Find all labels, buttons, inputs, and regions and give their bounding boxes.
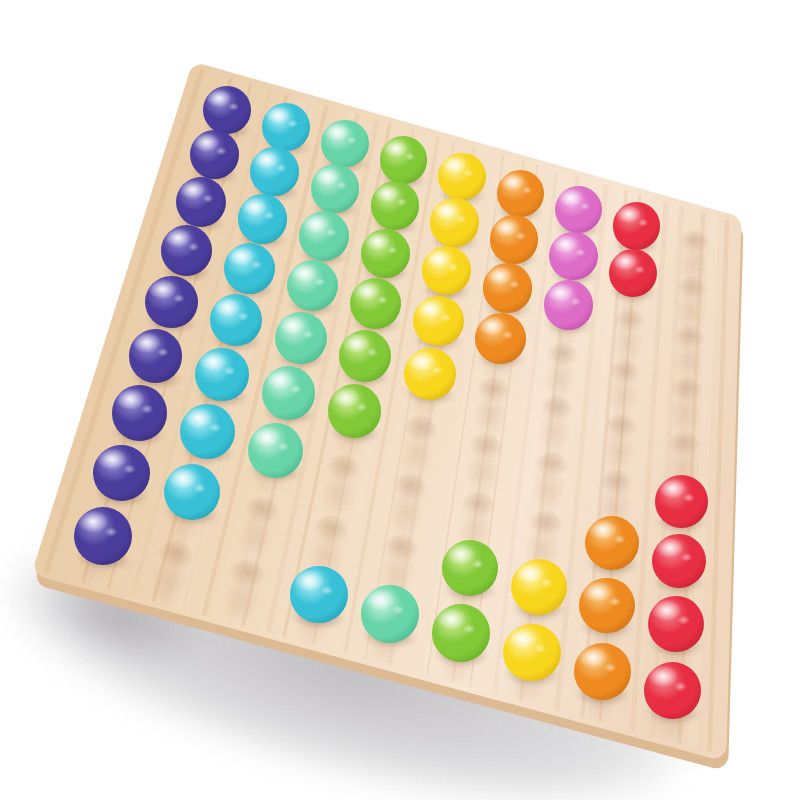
- bead-purple-r4c0[interactable]: [145, 276, 197, 328]
- bead-pink-r2c6[interactable]: [544, 280, 593, 329]
- bead-cyan-r7c1[interactable]: [164, 464, 220, 520]
- bead-red-r1c7[interactable]: [609, 249, 657, 297]
- bead-purple-r3c0[interactable]: [161, 225, 212, 276]
- hole-r8c2[interactable]: [212, 555, 273, 640]
- bead-orange-r3c5[interactable]: [475, 313, 526, 364]
- bead-orange-r8c7[interactable]: [574, 643, 631, 700]
- bead-green-r0c3[interactable]: [380, 136, 427, 183]
- bead-mint-r6c2[interactable]: [248, 423, 303, 478]
- bead-mint-r8c4[interactable]: [361, 585, 419, 643]
- bead-red-r7c8[interactable]: [648, 596, 704, 652]
- bead-yellow-r1c4[interactable]: [430, 198, 478, 246]
- bead-mint-r0c2[interactable]: [321, 120, 369, 168]
- bead-cyan-r6c1[interactable]: [180, 404, 235, 459]
- bead-red-r5c8[interactable]: [655, 475, 708, 528]
- bead-mint-r1c2[interactable]: [311, 164, 360, 213]
- holes-layer: [0, 0, 800, 800]
- bead-cyan-r2c1[interactable]: [238, 194, 288, 244]
- bead-cyan-r0c1[interactable]: [262, 103, 310, 151]
- bead-purple-r1c0[interactable]: [190, 130, 239, 179]
- bead-green-r1c3[interactable]: [371, 181, 420, 230]
- bead-yellow-r0c4[interactable]: [438, 153, 485, 200]
- bead-red-r0c7[interactable]: [613, 202, 660, 249]
- bead-purple-r8c0[interactable]: [74, 507, 132, 565]
- bead-purple-r2c0[interactable]: [176, 177, 226, 227]
- bead-cyan-r8c3[interactable]: [290, 566, 348, 624]
- bead-purple-r7c0[interactable]: [93, 445, 150, 502]
- bead-purple-r0c0[interactable]: [203, 86, 251, 134]
- bead-orange-r2c5[interactable]: [483, 263, 533, 313]
- bead-mint-r4c2[interactable]: [275, 312, 327, 364]
- bead-cyan-r3c1[interactable]: [224, 243, 275, 294]
- bead-yellow-r7c6[interactable]: [511, 559, 567, 615]
- bead-mint-r2c2[interactable]: [299, 211, 349, 261]
- bead-green-r8c5[interactable]: [432, 604, 490, 662]
- bead-purple-r6c0[interactable]: [112, 385, 167, 440]
- bead-cyan-r5c1[interactable]: [195, 348, 249, 402]
- bead-pink-r1c6[interactable]: [549, 232, 597, 280]
- bead-yellow-r3c4[interactable]: [413, 296, 464, 347]
- bead-green-r5c3[interactable]: [328, 384, 381, 437]
- bead-yellow-r8c6[interactable]: [503, 624, 560, 681]
- bead-orange-r0c5[interactable]: [497, 170, 544, 217]
- bead-cyan-r1c1[interactable]: [250, 147, 299, 196]
- product-photo-scene: [0, 0, 800, 800]
- bead-orange-r1c5[interactable]: [490, 215, 538, 263]
- bead-red-r6c8[interactable]: [652, 534, 706, 588]
- hole-r8c1[interactable]: [138, 535, 201, 621]
- bead-mint-r5c2[interactable]: [262, 366, 316, 420]
- bead-purple-r5c0[interactable]: [129, 329, 183, 383]
- bead-red-r8c8[interactable]: [644, 662, 701, 719]
- bead-green-r3c3[interactable]: [350, 278, 401, 329]
- bead-yellow-r4c4[interactable]: [404, 348, 456, 400]
- bead-green-r7c5[interactable]: [442, 540, 498, 596]
